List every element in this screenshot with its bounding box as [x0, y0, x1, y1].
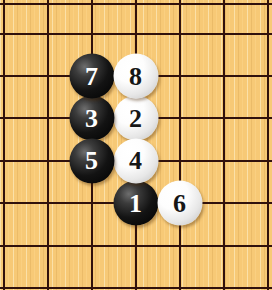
- go-board[interactable]: 12345678: [0, 0, 272, 290]
- grid-hline: [0, 287, 272, 289]
- grid-vline: [179, 0, 181, 290]
- stone-black-5: 5: [69, 138, 114, 183]
- stone-black-1: 1: [113, 181, 158, 226]
- grid-vline: [3, 0, 5, 290]
- grid-hline: [0, 33, 272, 35]
- stone-white-6: 6: [157, 181, 202, 226]
- grid-hline: [0, 3, 272, 5]
- grid-hline: [0, 245, 272, 247]
- stone-black-7: 7: [69, 54, 114, 99]
- grid-vline: [267, 0, 269, 290]
- stone-black-3: 3: [69, 96, 114, 141]
- grid-vline: [47, 0, 49, 290]
- stone-white-2: 2: [113, 96, 158, 141]
- stone-white-4: 4: [113, 138, 158, 183]
- grid-vline: [223, 0, 225, 290]
- stone-white-8: 8: [113, 54, 158, 99]
